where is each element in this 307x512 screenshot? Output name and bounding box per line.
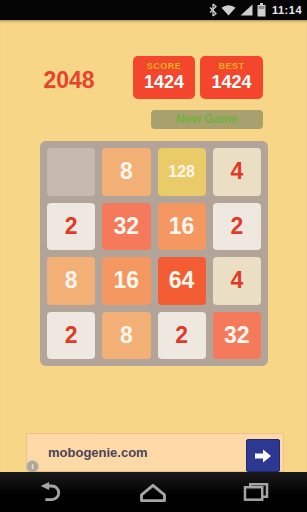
battery-icon bbox=[257, 3, 266, 17]
tile-2: 2 bbox=[47, 312, 95, 360]
tile-2: 2 bbox=[158, 312, 206, 360]
status-clock: 11:14 bbox=[272, 4, 302, 16]
best-box: BEST 1424 bbox=[200, 56, 263, 99]
arrow-right-icon bbox=[254, 448, 272, 464]
wifi-icon bbox=[221, 5, 236, 16]
phone-screen: 11:14 2048 SCORE 1424 BEST 1424 New Game… bbox=[0, 0, 307, 512]
signal-icon bbox=[240, 4, 253, 16]
tile-8: 8 bbox=[102, 312, 150, 360]
ad-banner[interactable]: mobogenie.com i bbox=[26, 433, 284, 472]
tile-4: 4 bbox=[213, 257, 261, 305]
recents-button[interactable] bbox=[205, 481, 307, 504]
tile-4: 4 bbox=[213, 148, 261, 196]
score-value: 1424 bbox=[133, 72, 195, 93]
app-title: 2048 bbox=[40, 67, 98, 93]
bluetooth-icon bbox=[209, 3, 217, 17]
tile-128: 128 bbox=[158, 148, 206, 196]
android-nav-bar bbox=[0, 472, 307, 512]
game-screen: 2048 SCORE 1424 BEST 1424 New Game 81284… bbox=[0, 20, 307, 472]
game-board[interactable]: 8128423216281664428232 bbox=[40, 141, 268, 366]
home-icon bbox=[138, 481, 168, 504]
tile-8: 8 bbox=[102, 148, 150, 196]
back-button[interactable] bbox=[0, 481, 102, 504]
score-box: SCORE 1424 bbox=[133, 56, 195, 99]
empty-cell bbox=[47, 148, 95, 196]
score-label: SCORE bbox=[133, 61, 195, 72]
status-bar: 11:14 bbox=[0, 0, 307, 20]
ad-arrow-button[interactable] bbox=[246, 439, 280, 472]
new-game-button[interactable]: New Game bbox=[151, 110, 263, 129]
ad-link-text[interactable]: mobogenie.com bbox=[48, 434, 148, 471]
tile-8: 8 bbox=[47, 257, 95, 305]
best-label: BEST bbox=[200, 61, 263, 72]
back-icon bbox=[35, 481, 67, 504]
tile-32: 32 bbox=[102, 203, 150, 251]
best-value: 1424 bbox=[200, 72, 263, 93]
recents-icon bbox=[242, 481, 270, 504]
home-button[interactable] bbox=[102, 481, 204, 504]
tile-16: 16 bbox=[102, 257, 150, 305]
tile-2: 2 bbox=[213, 203, 261, 251]
tile-2: 2 bbox=[47, 203, 95, 251]
tile-64: 64 bbox=[158, 257, 206, 305]
tile-32: 32 bbox=[213, 312, 261, 360]
tile-16: 16 bbox=[158, 203, 206, 251]
